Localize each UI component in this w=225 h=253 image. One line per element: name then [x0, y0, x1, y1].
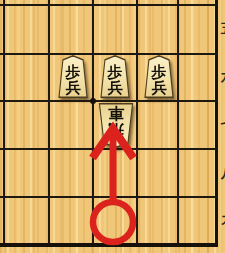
rank-label-5: 五	[221, 22, 225, 35]
board-bottom-border	[0, 243, 218, 247]
piece-shape: 歩 兵	[142, 55, 176, 98]
grid-line-horizontal	[0, 148, 218, 150]
piece-kanji-top: 飛	[108, 123, 124, 140]
shogi-piece-rook-3七[interactable]: 飛 車	[96, 103, 136, 148]
piece-shape: 歩 兵	[56, 55, 90, 98]
grid-line-vertical	[48, 0, 50, 247]
grid-line-vertical	[177, 0, 179, 247]
piece-kanji-top: 歩	[152, 64, 167, 80]
piece-kanji-top: 歩	[108, 64, 123, 80]
piece-kanji-top: 歩	[66, 64, 81, 80]
grid-line-horizontal	[0, 4, 218, 6]
origin-circle-icon	[93, 202, 133, 242]
grid-line-vertical	[3, 0, 5, 247]
board-right-border	[215, 0, 218, 247]
rank-label-6: 六	[221, 70, 225, 83]
shogi-piece-pawn-3六[interactable]: 歩 兵	[98, 55, 132, 98]
piece-shape: 歩 兵	[98, 55, 132, 98]
piece-kanji-bottom: 兵	[152, 80, 167, 96]
grid-line-horizontal	[0, 100, 218, 102]
piece-kanji-bottom: 兵	[66, 80, 81, 96]
piece-kanji-bottom: 車	[108, 106, 124, 123]
grid-line-horizontal	[0, 196, 218, 198]
shogi-piece-pawn-2六[interactable]: 歩 兵	[142, 55, 176, 98]
piece-kanji-bottom: 兵	[108, 80, 123, 96]
rank-label-7: 七	[221, 118, 225, 131]
grid-line-vertical	[136, 0, 138, 247]
shogi-piece-pawn-4六[interactable]: 歩 兵	[56, 55, 90, 98]
rank-label-9: 九	[221, 213, 225, 226]
grid-line-vertical	[92, 0, 94, 247]
piece-shape: 飛 車	[96, 103, 136, 148]
shogi-board[interactable]: 五 六 七 八 九 歩 兵 歩 兵 歩 兵	[0, 0, 225, 253]
rank-label-8: 八	[221, 166, 225, 179]
